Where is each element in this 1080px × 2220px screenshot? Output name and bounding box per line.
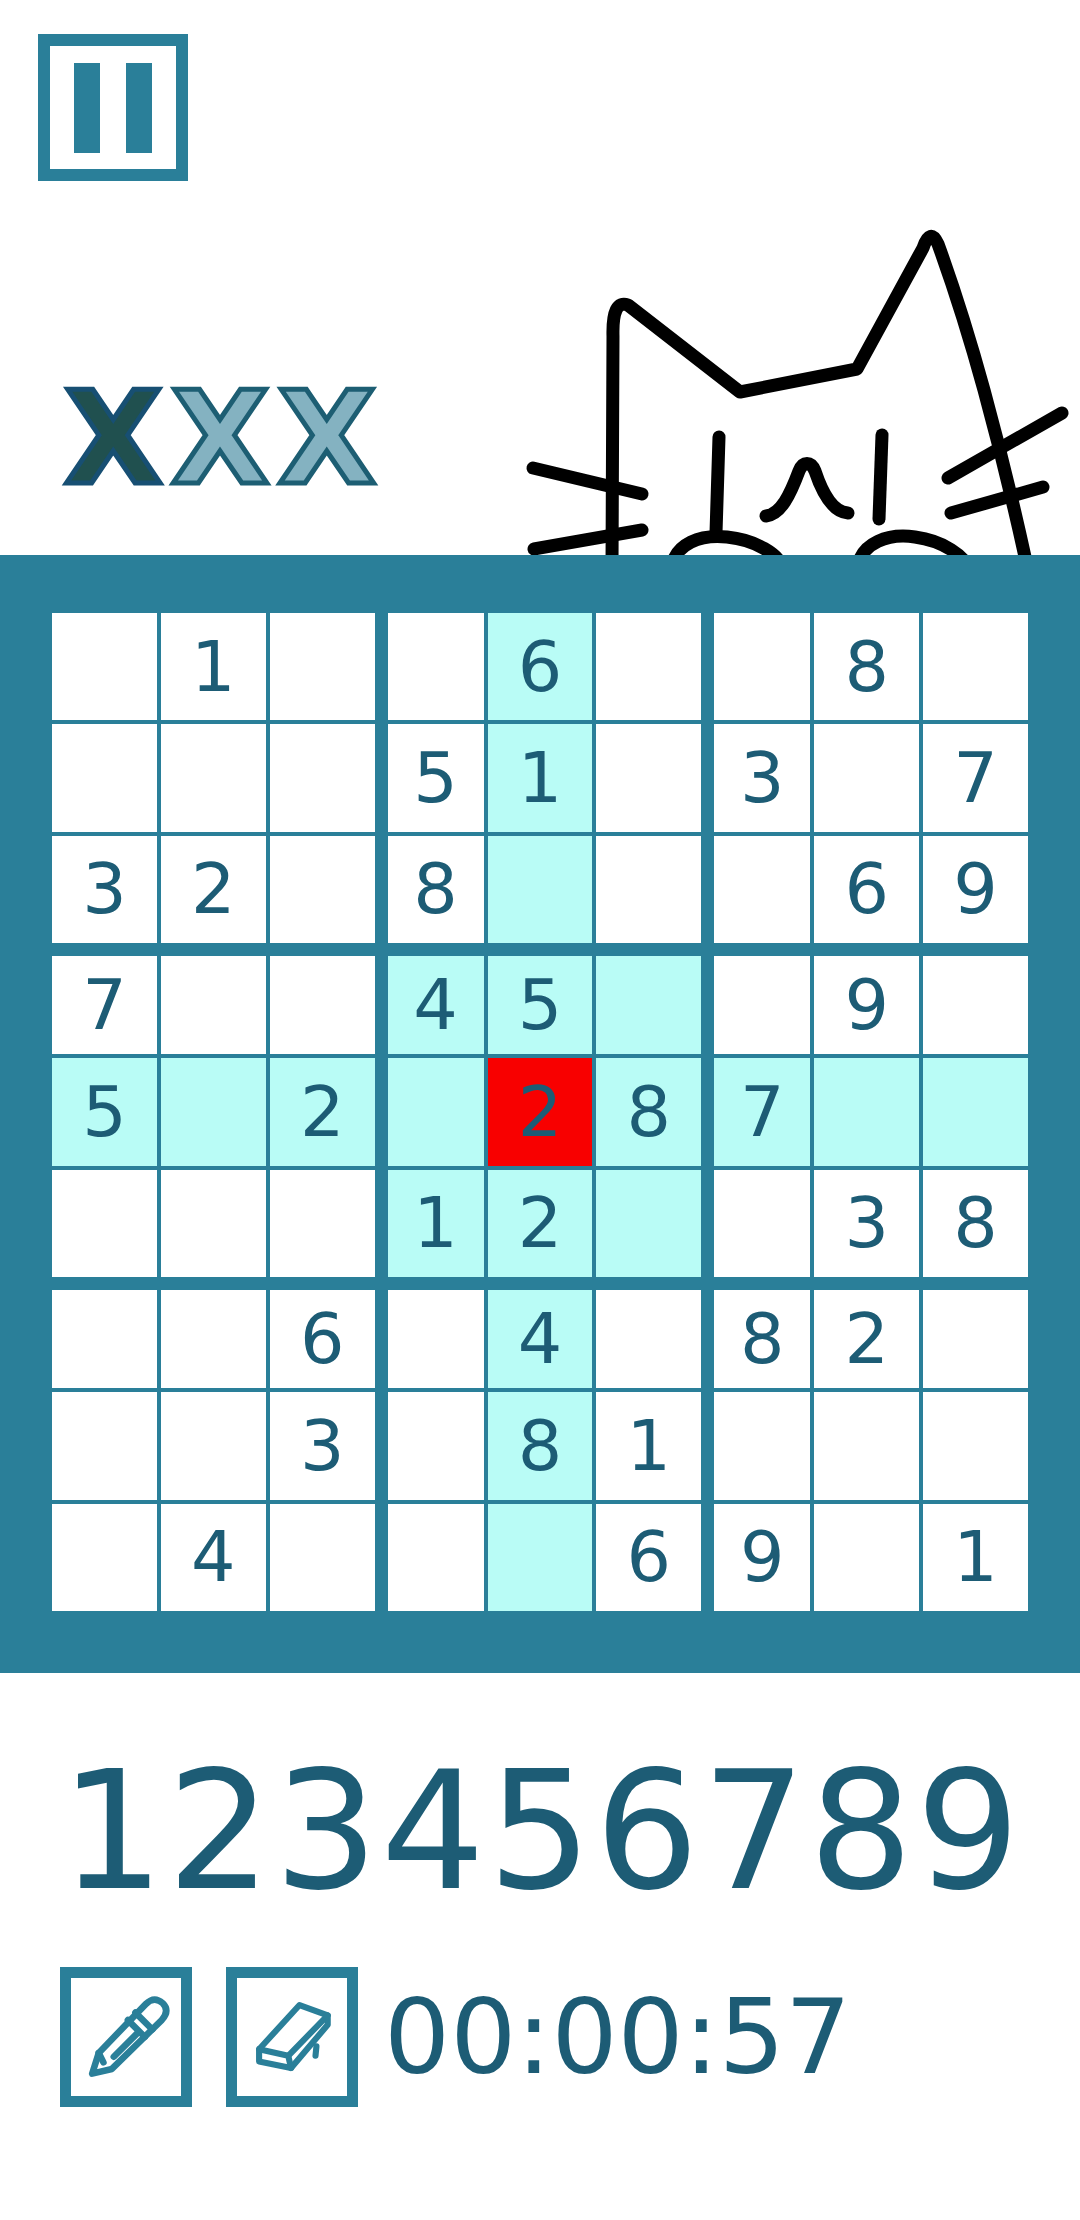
cell-r3c1[interactable]: 3 — [52, 836, 157, 943]
cell-r2c7[interactable]: 3 — [714, 724, 810, 831]
sudoku-app-screen: XXX 168513732869745952287123864823814691… — [0, 0, 1080, 2220]
cell-r7c1[interactable] — [52, 1290, 157, 1388]
cell-r8c2[interactable] — [161, 1392, 266, 1499]
cell-r6c8[interactable]: 3 — [814, 1170, 919, 1277]
cell-r4c8[interactable]: 9 — [814, 956, 919, 1054]
cell-r5c6[interactable]: 8 — [596, 1058, 701, 1165]
cell-r1c7[interactable] — [714, 613, 810, 720]
cell-r7c4[interactable] — [388, 1290, 484, 1388]
cell-r5c8[interactable] — [814, 1058, 919, 1165]
cell-r5c9[interactable] — [923, 1058, 1028, 1165]
cell-r2c8[interactable] — [814, 724, 919, 831]
cell-r5c2[interactable] — [161, 1058, 266, 1165]
cell-r9c1[interactable] — [52, 1504, 157, 1611]
cell-r5c1[interactable]: 5 — [52, 1058, 157, 1165]
pencil-button[interactable] — [60, 1967, 192, 2107]
cell-r9c8[interactable] — [814, 1504, 919, 1611]
numpad-4[interactable]: 4 — [381, 1750, 485, 1914]
cell-r1c8[interactable]: 8 — [814, 613, 919, 720]
cell-r6c4[interactable]: 1 — [388, 1170, 484, 1277]
mistake-x-2: X — [171, 372, 278, 506]
cell-r3c9[interactable]: 9 — [923, 836, 1028, 943]
cell-r3c5[interactable] — [488, 836, 593, 943]
cell-r6c6[interactable] — [596, 1170, 701, 1277]
numpad-2[interactable]: 2 — [167, 1750, 271, 1914]
cell-r1c9[interactable] — [923, 613, 1028, 720]
cell-r6c9[interactable]: 8 — [923, 1170, 1028, 1277]
cell-r2c2[interactable] — [161, 724, 266, 831]
number-pad: 123456789 — [0, 1742, 1080, 1922]
cell-r6c3[interactable] — [270, 1170, 375, 1277]
cell-r1c3[interactable] — [270, 613, 375, 720]
cell-r9c6[interactable]: 6 — [596, 1504, 701, 1611]
cell-r6c5[interactable]: 2 — [488, 1170, 593, 1277]
cell-r2c6[interactable] — [596, 724, 701, 831]
cell-r7c9[interactable] — [923, 1290, 1028, 1388]
cell-r9c3[interactable] — [270, 1504, 375, 1611]
pause-button[interactable] — [38, 34, 188, 181]
tools-row: 00:00:57 — [60, 1966, 1040, 2108]
cell-r9c5[interactable] — [488, 1504, 593, 1611]
cell-r4c2[interactable] — [161, 956, 266, 1054]
cell-r4c3[interactable] — [270, 956, 375, 1054]
cell-r5c5[interactable]: 2 — [488, 1058, 593, 1165]
game-timer: 00:00:57 — [384, 1985, 851, 2089]
cell-r5c3[interactable]: 2 — [270, 1058, 375, 1165]
pause-icon — [74, 63, 100, 153]
cell-r6c2[interactable] — [161, 1170, 266, 1277]
cell-r7c5[interactable]: 4 — [488, 1290, 593, 1388]
cell-r1c6[interactable] — [596, 613, 701, 720]
numpad-8[interactable]: 8 — [809, 1750, 913, 1914]
cell-r4c6[interactable] — [596, 956, 701, 1054]
numpad-5[interactable]: 5 — [488, 1750, 592, 1914]
cell-r9c4[interactable] — [388, 1504, 484, 1611]
cell-r2c4[interactable]: 5 — [388, 724, 484, 831]
cell-r7c7[interactable]: 8 — [714, 1290, 810, 1388]
sudoku-board: 168513732869745952287123864823814691 — [0, 555, 1080, 1673]
cell-r7c2[interactable] — [161, 1290, 266, 1388]
cell-r8c4[interactable] — [388, 1392, 484, 1499]
mistake-x-3: X — [277, 372, 384, 506]
cell-r4c4[interactable]: 4 — [388, 956, 484, 1054]
cell-r8c9[interactable] — [923, 1392, 1028, 1499]
cell-r8c8[interactable] — [814, 1392, 919, 1499]
cell-r2c3[interactable] — [270, 724, 375, 831]
eraser-icon — [245, 1990, 339, 2084]
cell-r1c1[interactable] — [52, 613, 157, 720]
cell-r9c2[interactable]: 4 — [161, 1504, 266, 1611]
numpad-9[interactable]: 9 — [916, 1750, 1020, 1914]
numpad-7[interactable]: 7 — [702, 1750, 806, 1914]
cell-r8c5[interactable]: 8 — [488, 1392, 593, 1499]
numpad-6[interactable]: 6 — [595, 1750, 699, 1914]
cell-r7c6[interactable] — [596, 1290, 701, 1388]
cell-r2c5[interactable]: 1 — [488, 724, 593, 831]
cell-r2c1[interactable] — [52, 724, 157, 831]
cell-r4c9[interactable] — [923, 956, 1028, 1054]
mistake-x-1: X — [64, 372, 171, 506]
cell-r3c2[interactable]: 2 — [161, 836, 266, 943]
cell-r8c1[interactable] — [52, 1392, 157, 1499]
cell-r1c2[interactable]: 1 — [161, 613, 266, 720]
cell-r3c4[interactable]: 8 — [388, 836, 484, 943]
cell-r6c1[interactable] — [52, 1170, 157, 1277]
cell-r3c8[interactable]: 6 — [814, 836, 919, 943]
cell-r3c7[interactable] — [714, 836, 810, 943]
cell-r4c7[interactable] — [714, 956, 810, 1054]
pencil-icon — [79, 1990, 173, 2084]
numpad-3[interactable]: 3 — [274, 1750, 378, 1914]
cell-r4c1[interactable]: 7 — [52, 956, 157, 1054]
cell-r1c5[interactable]: 6 — [488, 613, 593, 720]
cell-r6c7[interactable] — [714, 1170, 810, 1277]
cell-r5c7[interactable]: 7 — [714, 1058, 810, 1165]
cell-r2c9[interactable]: 7 — [923, 724, 1028, 831]
cell-r8c7[interactable] — [714, 1392, 810, 1499]
cell-r3c6[interactable] — [596, 836, 701, 943]
cell-r7c3[interactable]: 6 — [270, 1290, 375, 1388]
cell-r7c8[interactable]: 2 — [814, 1290, 919, 1388]
sudoku-grid: 168513732869745952287123864823814691 — [52, 613, 1028, 1611]
cell-r4c5[interactable]: 5 — [488, 956, 593, 1054]
cell-r8c3[interactable]: 3 — [270, 1392, 375, 1499]
eraser-button[interactable] — [226, 1967, 358, 2107]
cell-r9c9[interactable]: 1 — [923, 1504, 1028, 1611]
cell-r1c4[interactable] — [388, 613, 484, 720]
cell-r3c3[interactable] — [270, 836, 375, 943]
mistakes-indicator: XXX — [64, 372, 384, 512]
numpad-1[interactable]: 1 — [60, 1750, 164, 1914]
cell-r9c7[interactable]: 9 — [714, 1504, 810, 1611]
pause-icon — [126, 63, 152, 153]
cell-r8c6[interactable]: 1 — [596, 1392, 701, 1499]
cell-r5c4[interactable] — [388, 1058, 484, 1165]
